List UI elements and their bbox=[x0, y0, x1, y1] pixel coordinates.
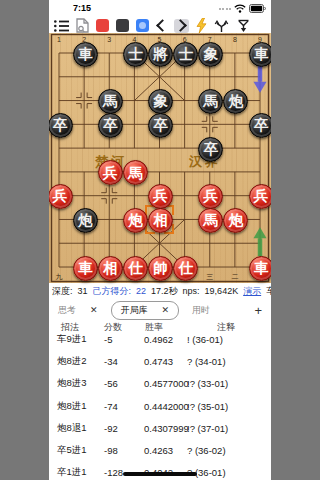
piece-red-車[interactable]: 車 bbox=[249, 256, 272, 281]
toolbar bbox=[49, 17, 271, 34]
engine-status-line: 深度:31 己方得分:22 17.2秒 nps:19,642K 演示 车9进1 … bbox=[49, 283, 271, 299]
moves-table-body: 车9进1-50.4962! (36-01)炮8进2-340.4743? (34-… bbox=[49, 328, 271, 480]
piece-black-卒[interactable]: 卒 bbox=[49, 113, 73, 138]
cell-rate: 0.4307999 bbox=[144, 422, 189, 433]
piece-black-象[interactable]: 象 bbox=[148, 89, 173, 114]
cell-score: -5 bbox=[104, 334, 112, 345]
forward-chevron-icon[interactable] bbox=[174, 19, 189, 33]
table-row[interactable]: 炮8退1-920.4307999!? (37-01) bbox=[49, 417, 271, 439]
piece-red-仕[interactable]: 仕 bbox=[173, 256, 198, 281]
cell-note: !? (37-01) bbox=[187, 422, 228, 433]
piece-black-車[interactable]: 車 bbox=[73, 42, 98, 67]
cell-score: -128 bbox=[104, 467, 123, 478]
piece-black-士[interactable]: 士 bbox=[123, 42, 148, 67]
piece-red-相[interactable]: 相 bbox=[148, 208, 173, 233]
merge-line-icon[interactable] bbox=[236, 19, 251, 33]
file-label: 三 bbox=[204, 272, 216, 282]
open-document-icon[interactable] bbox=[76, 18, 89, 33]
tab-time-used[interactable]: 用时 bbox=[183, 302, 219, 319]
piece-black-馬[interactable]: 馬 bbox=[98, 89, 123, 114]
table-row[interactable]: 卒5进1-980.4263? (36-02) bbox=[49, 439, 271, 461]
piece-black-士[interactable]: 士 bbox=[173, 42, 198, 67]
cell-move: 炮8进2 bbox=[57, 355, 87, 368]
depth-value: 31 bbox=[78, 286, 88, 296]
cell-score: -34 bbox=[104, 356, 118, 367]
demo-link[interactable]: 演示 bbox=[243, 285, 261, 298]
cell-score: -74 bbox=[104, 400, 118, 411]
piece-black-卒[interactable]: 卒 bbox=[249, 113, 272, 138]
close-icon[interactable]: ✕ bbox=[90, 305, 98, 315]
depth-label: 深度: bbox=[52, 285, 73, 298]
cell-note: !? (35-01) bbox=[187, 400, 228, 411]
table-row[interactable]: 车9进1-50.4962! (36-01) bbox=[49, 328, 271, 350]
score-value: 22 bbox=[136, 286, 146, 296]
cell-rate: 0.4577000 bbox=[144, 378, 189, 389]
piece-red-兵[interactable]: 兵 bbox=[98, 160, 123, 185]
piece-red-炮[interactable]: 炮 bbox=[123, 208, 148, 233]
piece-red-仕[interactable]: 仕 bbox=[123, 256, 148, 281]
cell-move: 卒5进1 bbox=[57, 444, 87, 457]
xiangqi-board[interactable]: 楚河 汉界 車士將士象車馬象馬炮卒卒卒卒卒炮兵馬兵兵兵兵炮相馬炮車相仕帥仕車 1… bbox=[49, 33, 271, 283]
file-label: 8 bbox=[229, 36, 241, 43]
piece-red-相[interactable]: 相 bbox=[98, 256, 123, 281]
move-arrows bbox=[49, 33, 271, 283]
cell-move: 炮8进1 bbox=[57, 399, 87, 412]
variation-fork-icon[interactable] bbox=[214, 19, 229, 33]
cell-score: -98 bbox=[104, 445, 118, 456]
cell-move: 炮8进3 bbox=[57, 377, 87, 390]
tab-bar: 思考 ✕ 开局库 ✕ 用时 + bbox=[49, 300, 271, 320]
piece-red-兵[interactable]: 兵 bbox=[49, 184, 73, 209]
red-style-swatch[interactable] bbox=[96, 19, 109, 32]
table-row[interactable]: 炮8进1-740.4442000!? (35-01) bbox=[49, 395, 271, 417]
tab-opening-book[interactable]: 开局库 ✕ bbox=[111, 301, 180, 320]
add-tab-button[interactable]: + bbox=[254, 303, 271, 318]
home-indicator[interactable] bbox=[123, 472, 197, 477]
nps-value: 19,642K bbox=[205, 286, 239, 296]
file-label: 3 bbox=[103, 36, 115, 43]
table-row[interactable]: 炮8进3-560.4577000!? (33-01) bbox=[49, 372, 271, 394]
cell-note: ? (36-02) bbox=[187, 445, 226, 456]
cell-note: ? (34-01) bbox=[187, 356, 226, 367]
piece-black-炮[interactable]: 炮 bbox=[73, 208, 98, 233]
piece-black-象[interactable]: 象 bbox=[198, 42, 223, 67]
piece-black-將[interactable]: 將 bbox=[148, 42, 173, 67]
piece-red-兵[interactable]: 兵 bbox=[148, 184, 173, 209]
back-chevron-icon[interactable] bbox=[156, 21, 167, 30]
cell-move: 卒1进1 bbox=[57, 466, 87, 479]
cell-score: -92 bbox=[104, 422, 118, 433]
piece-red-車[interactable]: 車 bbox=[73, 256, 98, 281]
wifi-icon bbox=[234, 4, 246, 13]
cell-rate: 0.4962 bbox=[144, 334, 173, 345]
menu-list-icon[interactable] bbox=[54, 20, 69, 32]
cell-rate: 0.4743 bbox=[144, 356, 173, 367]
piece-black-卒[interactable]: 卒 bbox=[198, 137, 223, 162]
tab-thinking[interactable]: 思考 ✕ bbox=[49, 302, 107, 319]
file-label: 九 bbox=[53, 272, 65, 282]
file-label: 二 bbox=[229, 272, 241, 282]
cell-move: 炮8退1 bbox=[57, 421, 87, 434]
cell-rate: 0.4442000 bbox=[144, 400, 189, 411]
clock-time: 7:15 bbox=[73, 3, 91, 13]
cell-note: ! (36-01) bbox=[187, 334, 223, 345]
cell-rate: 0.4263 bbox=[144, 445, 173, 456]
piece-red-兵[interactable]: 兵 bbox=[249, 184, 272, 209]
score-label: 己方得分: bbox=[93, 285, 132, 298]
status-bar: 7:15 bbox=[49, 0, 271, 17]
engine-lightning-icon[interactable] bbox=[196, 18, 207, 33]
nps-label: nps: bbox=[183, 286, 200, 296]
blue-style-swatch-selected[interactable] bbox=[136, 19, 149, 32]
think-time: 17.2秒 bbox=[151, 285, 178, 298]
file-label: 1 bbox=[53, 36, 65, 43]
table-row[interactable]: 炮8进2-340.4743? (34-01) bbox=[49, 350, 271, 372]
dark-style-swatch[interactable] bbox=[116, 19, 129, 32]
piece-black-車[interactable]: 車 bbox=[249, 42, 272, 67]
close-icon[interactable]: ✕ bbox=[162, 305, 170, 315]
cell-note: !? (33-01) bbox=[187, 378, 228, 389]
piece-black-卒[interactable]: 卒 bbox=[98, 113, 123, 138]
pv-moves: 车9进1 车 bbox=[266, 285, 271, 298]
piece-red-帥[interactable]: 帥 bbox=[148, 256, 173, 281]
app-window: 7:15 bbox=[49, 0, 271, 480]
cell-score: -56 bbox=[104, 378, 118, 389]
battery-icon bbox=[249, 4, 266, 13]
piece-black-卒[interactable]: 卒 bbox=[148, 113, 173, 138]
cellular-dots-icon bbox=[219, 8, 232, 10]
cell-move: 车9进1 bbox=[57, 333, 87, 346]
